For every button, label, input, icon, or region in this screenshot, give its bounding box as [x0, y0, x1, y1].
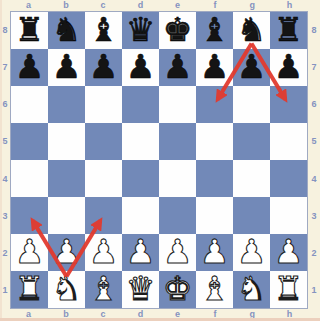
- piece-black-queen[interactable]: ♛: [126, 13, 156, 46]
- square-h2[interactable]: ♟: [270, 234, 307, 271]
- piece-black-pawn[interactable]: ♟: [89, 50, 119, 83]
- square-g8[interactable]: ♞: [233, 12, 270, 49]
- square-g2[interactable]: ♟: [233, 234, 270, 271]
- square-a3[interactable]: [11, 197, 48, 234]
- square-e2[interactable]: ♟: [159, 234, 196, 271]
- piece-white-pawn[interactable]: ♟: [237, 235, 267, 268]
- square-g1[interactable]: ♞: [233, 271, 270, 308]
- square-b2[interactable]: ♟: [48, 234, 85, 271]
- piece-black-bishop[interactable]: ♝: [89, 13, 119, 46]
- square-e5[interactable]: [159, 123, 196, 160]
- square-b1[interactable]: ♞: [48, 271, 85, 308]
- square-a4[interactable]: [11, 160, 48, 197]
- piece-white-knight[interactable]: ♞: [52, 272, 82, 305]
- rank-label-2: 2: [308, 235, 320, 272]
- square-c2[interactable]: ♟: [85, 234, 122, 271]
- chess-diagram: abcdefgh 87654321 ♜♞♝♛♚♝♞♜♟♟♟♟♟♟♟♟♟♟♟♟♟♟…: [0, 0, 320, 321]
- piece-white-pawn[interactable]: ♟: [15, 235, 45, 268]
- piece-black-pawn[interactable]: ♟: [163, 50, 193, 83]
- square-e1[interactable]: ♚: [159, 271, 196, 308]
- square-a1[interactable]: ♜: [11, 271, 48, 308]
- piece-black-king[interactable]: ♚: [163, 13, 193, 46]
- square-a7[interactable]: ♟: [11, 49, 48, 86]
- piece-black-pawn[interactable]: ♟: [52, 50, 82, 83]
- square-e4[interactable]: [159, 160, 196, 197]
- square-f8[interactable]: ♝: [196, 12, 233, 49]
- square-c5[interactable]: [85, 123, 122, 160]
- square-h8[interactable]: ♜: [270, 12, 307, 49]
- square-e6[interactable]: [159, 86, 196, 123]
- piece-black-pawn[interactable]: ♟: [15, 50, 45, 83]
- square-g4[interactable]: [233, 160, 270, 197]
- chess-board[interactable]: ♜♞♝♛♚♝♞♜♟♟♟♟♟♟♟♟♟♟♟♟♟♟♟♟♜♞♝♛♚♝♞♜: [10, 11, 308, 309]
- rank-label-1: 1: [308, 272, 320, 309]
- square-h4[interactable]: [270, 160, 307, 197]
- piece-white-bishop[interactable]: ♝: [200, 272, 230, 305]
- square-g6[interactable]: [233, 86, 270, 123]
- square-g7[interactable]: ♟: [233, 49, 270, 86]
- square-c3[interactable]: [85, 197, 122, 234]
- piece-white-rook[interactable]: ♜: [15, 272, 45, 305]
- square-h6[interactable]: [270, 86, 307, 123]
- rank-label-7: 7: [308, 48, 320, 85]
- square-b5[interactable]: [48, 123, 85, 160]
- piece-white-pawn[interactable]: ♟: [126, 235, 156, 268]
- square-a8[interactable]: ♜: [11, 12, 48, 49]
- square-f2[interactable]: ♟: [196, 234, 233, 271]
- square-f7[interactable]: ♟: [196, 49, 233, 86]
- square-a2[interactable]: ♟: [11, 234, 48, 271]
- square-h7[interactable]: ♟: [270, 49, 307, 86]
- window-edge-left: [0, 0, 2, 321]
- piece-white-pawn[interactable]: ♟: [89, 235, 119, 268]
- piece-white-pawn[interactable]: ♟: [200, 235, 230, 268]
- piece-black-knight[interactable]: ♞: [237, 13, 267, 46]
- piece-black-pawn[interactable]: ♟: [237, 50, 267, 83]
- piece-white-pawn[interactable]: ♟: [274, 235, 304, 268]
- square-d1[interactable]: ♛: [122, 271, 159, 308]
- square-b6[interactable]: [48, 86, 85, 123]
- square-d3[interactable]: [122, 197, 159, 234]
- square-d2[interactable]: ♟: [122, 234, 159, 271]
- piece-black-pawn[interactable]: ♟: [200, 50, 230, 83]
- rank-label-5: 5: [308, 123, 320, 160]
- piece-white-pawn[interactable]: ♟: [52, 235, 82, 268]
- square-c4[interactable]: [85, 160, 122, 197]
- rank-label-4: 4: [308, 160, 320, 197]
- rank-labels-right: 87654321: [308, 11, 320, 309]
- square-d5[interactable]: [122, 123, 159, 160]
- piece-black-knight[interactable]: ♞: [52, 13, 82, 46]
- square-b8[interactable]: ♞: [48, 12, 85, 49]
- square-b4[interactable]: [48, 160, 85, 197]
- piece-black-rook[interactable]: ♜: [274, 13, 304, 46]
- piece-white-rook[interactable]: ♜: [274, 272, 304, 305]
- square-d4[interactable]: [122, 160, 159, 197]
- square-e8[interactable]: ♚: [159, 12, 196, 49]
- square-b7[interactable]: ♟: [48, 49, 85, 86]
- square-f4[interactable]: [196, 160, 233, 197]
- square-h3[interactable]: [270, 197, 307, 234]
- piece-white-queen[interactable]: ♛: [126, 272, 156, 305]
- rank-label-6: 6: [308, 86, 320, 123]
- square-b3[interactable]: [48, 197, 85, 234]
- square-d8[interactable]: ♛: [122, 12, 159, 49]
- piece-black-bishop[interactable]: ♝: [200, 13, 230, 46]
- square-e3[interactable]: [159, 197, 196, 234]
- square-h5[interactable]: [270, 123, 307, 160]
- piece-white-pawn[interactable]: ♟: [163, 235, 193, 268]
- square-d6[interactable]: [122, 86, 159, 123]
- piece-white-bishop[interactable]: ♝: [89, 272, 119, 305]
- square-g5[interactable]: [233, 123, 270, 160]
- square-c1[interactable]: ♝: [85, 271, 122, 308]
- square-c8[interactable]: ♝: [85, 12, 122, 49]
- piece-white-knight[interactable]: ♞: [237, 272, 267, 305]
- rank-label-8: 8: [308, 11, 320, 48]
- square-f5[interactable]: [196, 123, 233, 160]
- square-f6[interactable]: [196, 86, 233, 123]
- square-a6[interactable]: [11, 86, 48, 123]
- piece-black-pawn[interactable]: ♟: [274, 50, 304, 83]
- piece-white-king[interactable]: ♚: [163, 272, 193, 305]
- square-d7[interactable]: ♟: [122, 49, 159, 86]
- rank-label-3: 3: [308, 197, 320, 234]
- piece-black-rook[interactable]: ♜: [15, 13, 45, 46]
- square-h1[interactable]: ♜: [270, 271, 307, 308]
- piece-black-pawn[interactable]: ♟: [126, 50, 156, 83]
- square-c6[interactable]: [85, 86, 122, 123]
- square-a5[interactable]: [11, 123, 48, 160]
- square-c7[interactable]: ♟: [85, 49, 122, 86]
- square-f1[interactable]: ♝: [196, 271, 233, 308]
- square-e7[interactable]: ♟: [159, 49, 196, 86]
- square-g3[interactable]: [233, 197, 270, 234]
- square-f3[interactable]: [196, 197, 233, 234]
